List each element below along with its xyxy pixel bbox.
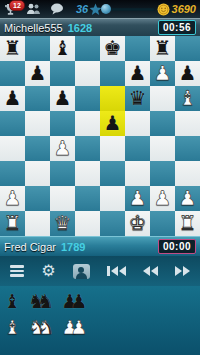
square-b2[interactable] <box>25 186 50 211</box>
coin-icon <box>157 3 170 16</box>
toolbar: ⚙ <box>0 256 200 286</box>
top-player-clock: 00:56 <box>158 20 196 35</box>
captured-knight: ♞ <box>37 289 54 313</box>
square-g1[interactable] <box>150 211 175 236</box>
square-e1[interactable] <box>100 211 125 236</box>
square-g3[interactable] <box>150 161 175 186</box>
square-f8[interactable] <box>125 36 150 61</box>
captured-knight: ♞ <box>37 315 54 339</box>
square-e5[interactable]: ♟ <box>100 111 125 136</box>
square-c3[interactable] <box>50 161 75 186</box>
square-h6[interactable]: ♝ <box>175 86 200 111</box>
captured-pawn: ♟ <box>70 289 87 313</box>
bottom-player-bar[interactable]: Fred Cigar 1789 00:00 <box>0 236 200 256</box>
gear-icon: ⚙ <box>41 261 55 281</box>
skip-start-icon <box>107 266 110 276</box>
square-a1[interactable]: ♜ <box>0 211 25 236</box>
menu-button[interactable] <box>10 260 24 282</box>
square-b8[interactable] <box>25 36 50 61</box>
square-a6[interactable]: ♟ <box>0 86 25 111</box>
chat-icon[interactable] <box>50 3 64 15</box>
bottom-player-name: Fred Cigar <box>4 241 56 253</box>
square-g6[interactable] <box>150 86 175 111</box>
square-c2[interactable] <box>50 186 75 211</box>
square-d3[interactable] <box>75 161 100 186</box>
square-d8[interactable] <box>75 36 100 61</box>
square-e3[interactable] <box>100 161 125 186</box>
top-player-name: Michelle555 <box>4 22 63 34</box>
square-c7[interactable] <box>50 61 75 86</box>
square-g5[interactable] <box>150 111 175 136</box>
square-c8[interactable]: ♝ <box>50 36 75 61</box>
square-d5[interactable] <box>75 111 100 136</box>
square-b1[interactable] <box>25 211 50 236</box>
rewind-icon <box>143 266 150 276</box>
square-h5[interactable] <box>175 111 200 136</box>
top-player-rating: 1628 <box>68 22 92 34</box>
square-g7[interactable]: ♟ <box>150 61 175 86</box>
players-button[interactable] <box>73 260 90 282</box>
contact-card-icon <box>73 264 90 279</box>
square-e2[interactable] <box>100 186 125 211</box>
square-c5[interactable] <box>50 111 75 136</box>
square-e4[interactable] <box>100 136 125 161</box>
square-d1[interactable] <box>75 211 100 236</box>
progress-ball <box>101 4 111 14</box>
bottom-player-rating: 1789 <box>61 241 85 253</box>
coin-count: 3690 <box>172 3 196 15</box>
square-f5[interactable] <box>125 111 150 136</box>
square-g4[interactable] <box>150 136 175 161</box>
square-b5[interactable] <box>25 111 50 136</box>
captured-pawn: ♟ <box>70 315 87 339</box>
square-c4[interactable]: ♟ <box>50 136 75 161</box>
square-d6[interactable] <box>75 86 100 111</box>
square-f3[interactable] <box>125 161 150 186</box>
fast-forward-icon <box>175 266 182 276</box>
square-h7[interactable]: ♟ <box>175 61 200 86</box>
captured-bishop: ♝ <box>4 315 21 339</box>
square-a7[interactable] <box>0 61 25 86</box>
square-f1[interactable]: ♚ <box>125 211 150 236</box>
go-to-start-button[interactable] <box>107 260 126 282</box>
chess-board: ♜♝♚♜♟♟♟♟♟♟♛♝♟♟♟♟♟♟♜♛♚♜ <box>0 36 200 236</box>
step-back-button[interactable] <box>143 260 158 282</box>
square-e8[interactable]: ♚ <box>100 36 125 61</box>
square-h3[interactable] <box>175 161 200 186</box>
trophy-icon[interactable]: 12 <box>4 3 17 16</box>
square-f6[interactable]: ♛ <box>125 86 150 111</box>
bottom-player-clock: 00:00 <box>158 239 196 254</box>
status-bar: 12 36 <box>0 0 200 18</box>
captured-pieces-panel: ♝♞♞♟♟ ♝♞♞♟♟ <box>0 286 200 355</box>
square-d7[interactable] <box>75 61 100 86</box>
square-a2[interactable]: ♟ <box>0 186 25 211</box>
square-a4[interactable] <box>0 136 25 161</box>
square-g2[interactable]: ♟ <box>150 186 175 211</box>
step-forward-button[interactable] <box>175 260 190 282</box>
square-b7[interactable]: ♟ <box>25 61 50 86</box>
square-h1[interactable]: ♜ <box>175 211 200 236</box>
captured-black-pieces: ♝♞♞♟♟ <box>4 288 196 314</box>
settings-button[interactable]: ⚙ <box>41 260 55 282</box>
top-player-bar[interactable]: Michelle555 1628 00:56 <box>0 18 200 36</box>
captured-bishop: ♝ <box>4 289 21 313</box>
friends-icon[interactable] <box>26 3 41 15</box>
square-f7[interactable]: ♟ <box>125 61 150 86</box>
square-b3[interactable] <box>25 161 50 186</box>
square-h8[interactable] <box>175 36 200 61</box>
trophy-badge: 12 <box>9 0 25 11</box>
square-b4[interactable] <box>25 136 50 161</box>
app-root: 12 36 <box>0 0 200 355</box>
square-f2[interactable]: ♟ <box>125 186 150 211</box>
square-f4[interactable] <box>125 136 150 161</box>
square-b6[interactable] <box>25 86 50 111</box>
square-h2[interactable]: ♟ <box>175 186 200 211</box>
captured-white-pieces: ♝♞♞♟♟ <box>4 314 196 340</box>
square-c6[interactable]: ♟ <box>50 86 75 111</box>
square-a8[interactable]: ♜ <box>0 36 25 61</box>
square-d2[interactable] <box>75 186 100 211</box>
square-a5[interactable] <box>0 111 25 136</box>
square-e7[interactable] <box>100 61 125 86</box>
level-progress-bar <box>103 8 155 11</box>
square-d4[interactable] <box>75 136 100 161</box>
level-value: 36 <box>76 3 88 15</box>
square-h4[interactable] <box>175 136 200 161</box>
square-e6[interactable] <box>100 86 125 111</box>
square-g8[interactable]: ♜ <box>150 36 175 61</box>
square-c1[interactable]: ♛ <box>50 211 75 236</box>
square-a3[interactable] <box>0 161 25 186</box>
hamburger-icon <box>10 265 24 277</box>
